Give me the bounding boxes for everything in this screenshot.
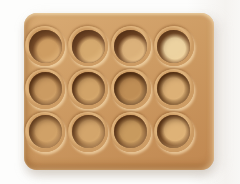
muffin-cup-r1c3 <box>111 26 151 66</box>
cup-cavity-r2c1 <box>29 72 62 105</box>
cup-cavity-r1c4 <box>157 30 190 63</box>
muffin-cup-r3c3 <box>111 112 151 152</box>
muffin-cup-r3c1 <box>25 112 65 152</box>
cup-cavity-r1c2 <box>72 30 105 63</box>
cup-cavity-r2c2 <box>72 72 105 105</box>
cup-cavity-r2c3 <box>114 72 147 105</box>
cup-cavity-r3c1 <box>29 115 62 148</box>
muffin-pan <box>24 13 214 170</box>
cup-cavity-r3c3 <box>114 115 147 148</box>
muffin-cup-r1c2 <box>68 26 108 66</box>
cup-cavity-r3c4 <box>157 115 190 148</box>
muffin-cup-r2c3 <box>111 69 151 109</box>
muffin-cup-r2c2 <box>68 69 108 109</box>
cup-cavity-r3c2 <box>72 115 105 148</box>
cup-cavity-r1c3 <box>114 30 147 63</box>
muffin-cup-r1c4 <box>154 26 194 66</box>
muffin-cup-r2c1 <box>25 69 65 109</box>
cup-cavity-r2c4 <box>157 72 190 105</box>
cup-grid <box>24 25 195 153</box>
cup-cavity-r1c1 <box>29 30 62 63</box>
muffin-cup-r3c2 <box>68 112 108 152</box>
muffin-cup-r1c1 <box>25 26 65 66</box>
muffin-cup-r2c4 <box>154 69 194 109</box>
muffin-cup-r3c4 <box>154 112 194 152</box>
photo-background <box>0 0 240 184</box>
